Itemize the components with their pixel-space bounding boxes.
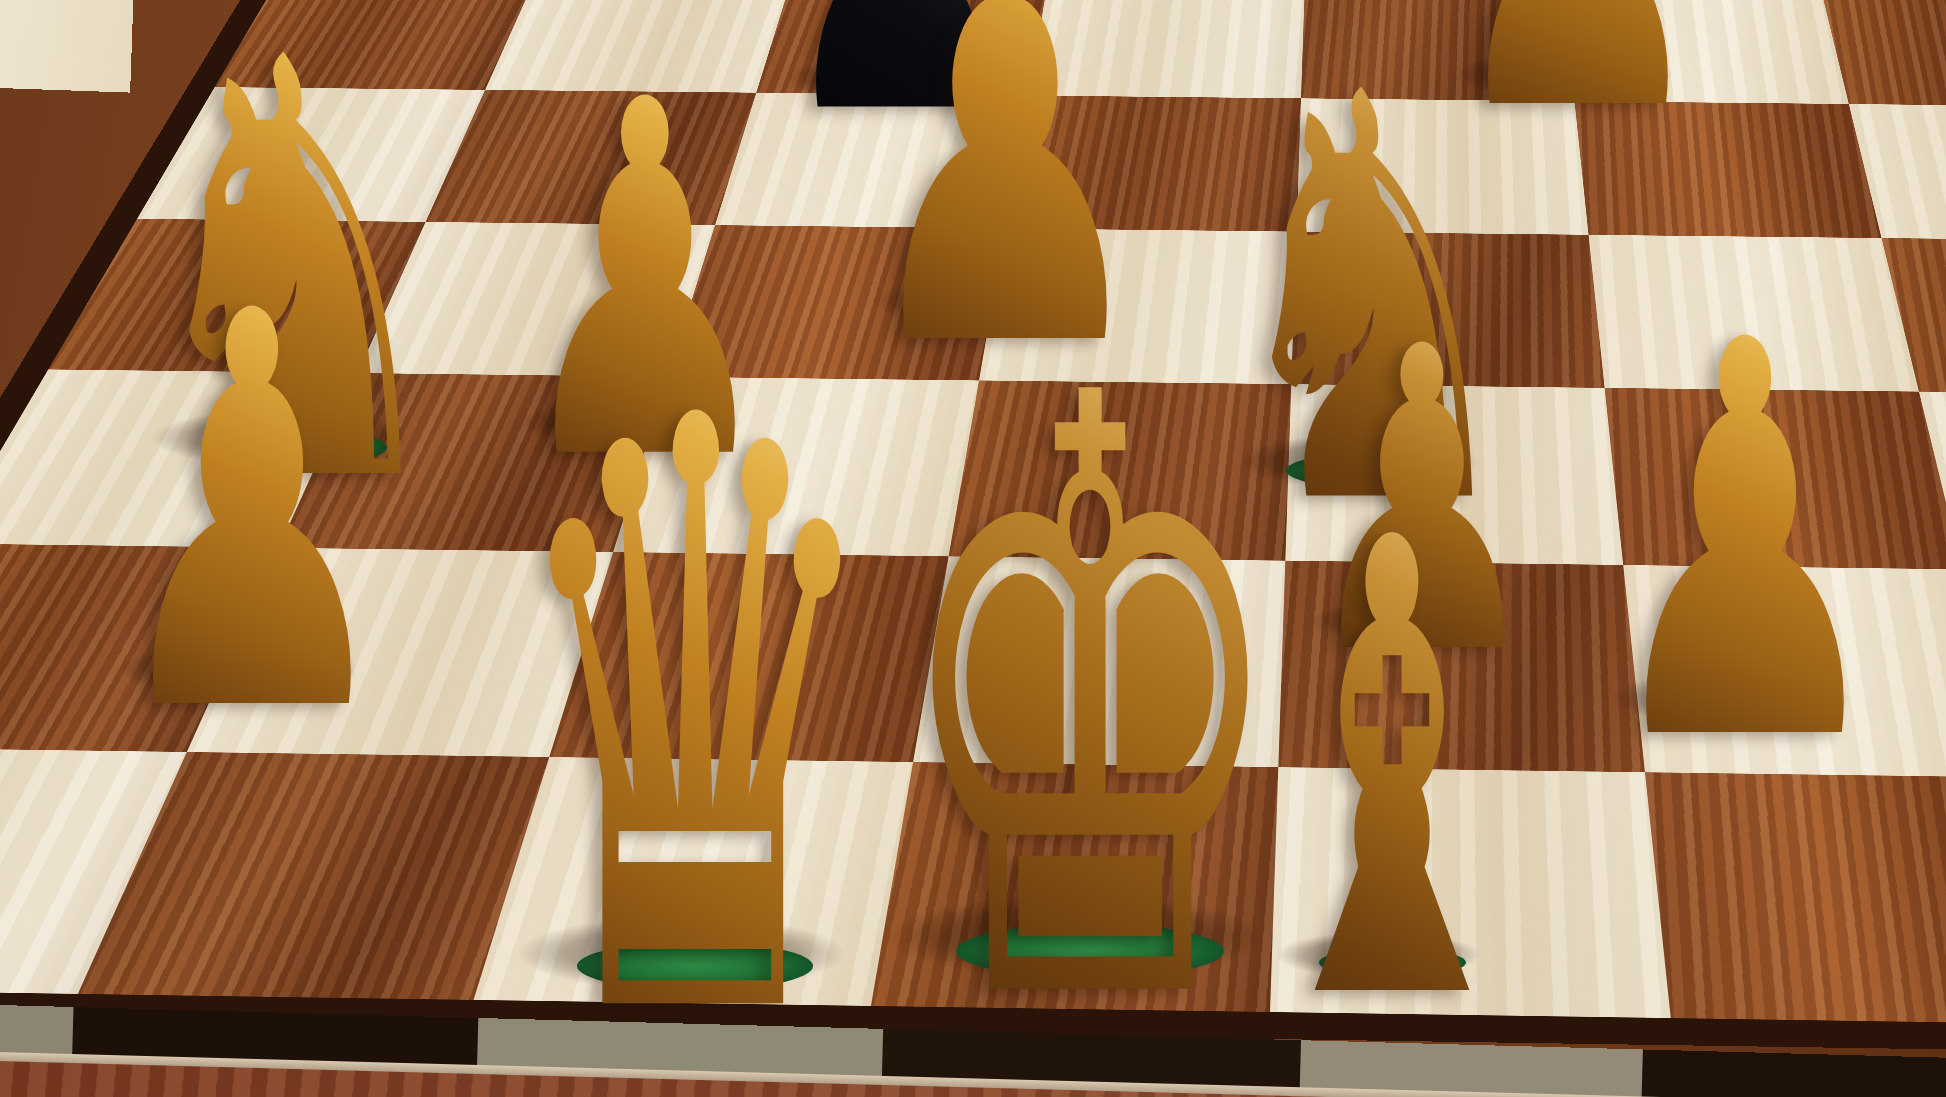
white-pawn-c2: ♟	[1580, 486, 1910, 816]
white-bishop-d1: ♝	[1227, 757, 1557, 1087]
white-pawn-glyph: ♟	[104, 242, 400, 787]
white-pawn-g2: ♟	[87, 457, 417, 787]
white-queen-f1: ♛	[480, 698, 910, 1097]
white-bishop-glyph: ♝	[1244, 460, 1540, 1087]
white-queen-glyph: ♛	[502, 315, 888, 1097]
board-corner-light-square	[0, 0, 134, 93]
white-pawn-glyph: ♟	[1597, 271, 1893, 816]
chessboard-photo: ♟♟♟♟♞♞♟♟♟♚♝♛	[0, 0, 1946, 1097]
